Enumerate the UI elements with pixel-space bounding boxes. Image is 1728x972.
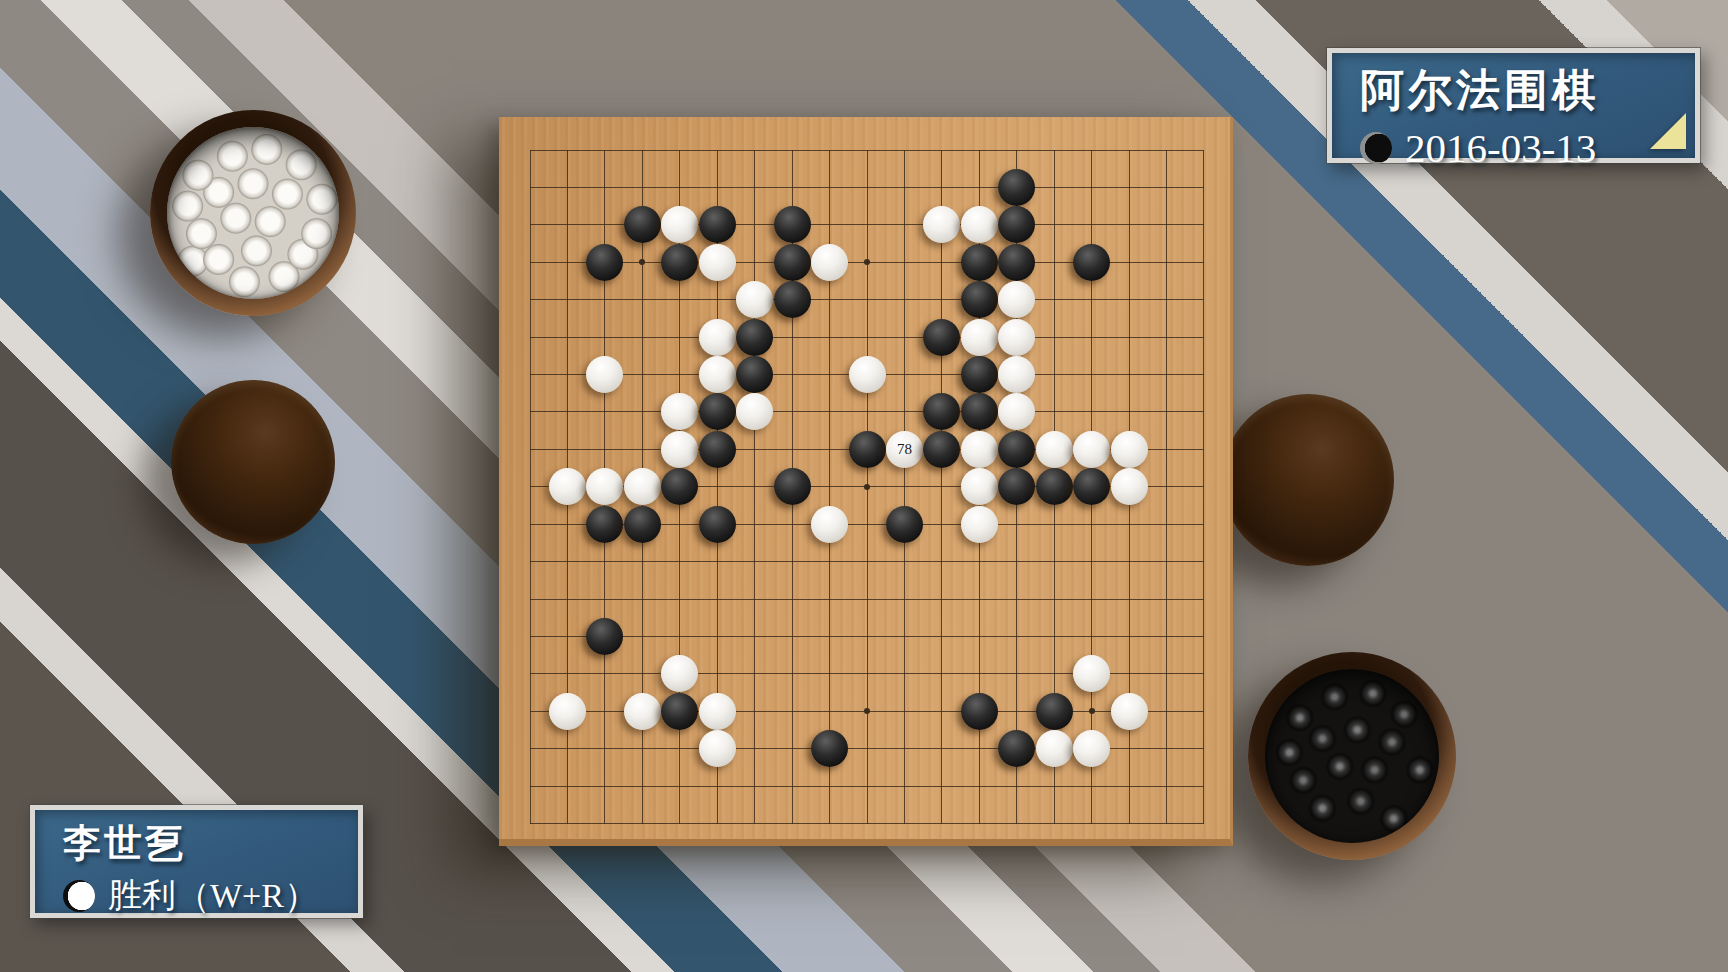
stone-black — [774, 244, 811, 281]
stone-white — [1111, 468, 1148, 505]
stone-black — [811, 730, 848, 767]
stone-black — [923, 319, 960, 356]
stone-white — [923, 206, 960, 243]
stone-white — [661, 206, 698, 243]
stone-black — [998, 468, 1035, 505]
stone-black — [624, 506, 661, 543]
stone-black — [923, 431, 960, 468]
stone-white — [586, 468, 623, 505]
stone-black — [661, 693, 698, 730]
stone-white — [699, 356, 736, 393]
stone-black — [998, 244, 1035, 281]
stone-white — [736, 281, 773, 318]
stone-black — [586, 506, 623, 543]
stone-black — [699, 206, 736, 243]
game-date: 2016-03-13 — [1405, 124, 1596, 172]
stone-black — [624, 206, 661, 243]
stone-black — [661, 244, 698, 281]
stone-white — [624, 693, 661, 730]
result-text: 胜利（W+R） — [108, 873, 318, 919]
stone-white — [661, 431, 698, 468]
stone-white — [661, 393, 698, 430]
player-name-alphago: 阿尔法围棋 — [1360, 61, 1695, 120]
star-point — [639, 259, 645, 265]
black-stone-icon — [1360, 132, 1392, 164]
stone-black — [774, 206, 811, 243]
scene: 78 阿尔法围棋 2016-03-13 李世乭 胜利（W+R） — [0, 0, 1728, 972]
stone-white — [1036, 431, 1073, 468]
stone-black — [586, 618, 623, 655]
star-point — [864, 259, 870, 265]
stone-black — [661, 468, 698, 505]
corner-fold-icon — [1650, 113, 1686, 149]
stone-black — [699, 506, 736, 543]
stone-black — [699, 393, 736, 430]
stone-black — [961, 693, 998, 730]
white-stones-bowl — [150, 110, 356, 316]
stone-black — [998, 169, 1035, 206]
white-stone-icon — [63, 880, 95, 912]
stone-white — [998, 356, 1035, 393]
star-point — [864, 708, 870, 714]
stone-white — [1073, 730, 1110, 767]
stone-white — [961, 468, 998, 505]
stone-white — [998, 319, 1035, 356]
stone-white — [849, 356, 886, 393]
stone-white — [998, 393, 1035, 430]
stone-white — [1111, 431, 1148, 468]
stone-black — [736, 356, 773, 393]
stone-black — [1073, 244, 1110, 281]
stone-white — [586, 356, 623, 393]
stone-white — [1073, 431, 1110, 468]
stone-white — [549, 693, 586, 730]
stone-black — [699, 431, 736, 468]
bowl-lid-left — [171, 380, 335, 544]
stone-black — [923, 393, 960, 430]
stone-black — [961, 356, 998, 393]
stone-white — [624, 468, 661, 505]
stone-black — [1073, 468, 1110, 505]
stone-white — [1073, 655, 1110, 692]
stone-white — [699, 693, 736, 730]
stone-move-78: 78 — [886, 431, 923, 468]
move-number-label: 78 — [886, 431, 923, 468]
star-point — [1089, 708, 1095, 714]
stone-black — [1036, 693, 1073, 730]
stone-white — [736, 393, 773, 430]
stone-black — [586, 244, 623, 281]
black-stones-pile — [1265, 669, 1439, 843]
stone-black — [961, 281, 998, 318]
stone-white — [699, 730, 736, 767]
go-board: 78 — [499, 117, 1233, 846]
stone-black — [736, 319, 773, 356]
stone-white — [1036, 730, 1073, 767]
stone-white — [699, 244, 736, 281]
stone-white — [549, 468, 586, 505]
stone-black — [998, 431, 1035, 468]
stone-white — [961, 319, 998, 356]
stone-black — [886, 506, 923, 543]
stone-black — [849, 431, 886, 468]
stone-white — [811, 244, 848, 281]
stone-white — [1111, 693, 1148, 730]
stone-black — [961, 244, 998, 281]
player-name-leesedol: 李世乭 — [63, 818, 358, 869]
stone-black — [774, 281, 811, 318]
stone-black — [998, 206, 1035, 243]
stone-white — [699, 319, 736, 356]
white-stones-pile — [167, 127, 339, 299]
black-stones-bowl — [1248, 652, 1456, 860]
stone-white — [811, 506, 848, 543]
stone-black — [1036, 468, 1073, 505]
stone-white — [661, 655, 698, 692]
stone-white — [961, 206, 998, 243]
stone-black — [774, 468, 811, 505]
stone-black — [998, 730, 1035, 767]
stone-white — [998, 281, 1035, 318]
player-card-alphago: 阿尔法围棋 2016-03-13 — [1327, 48, 1700, 163]
stone-white — [961, 506, 998, 543]
star-point — [864, 484, 870, 490]
stone-white — [961, 431, 998, 468]
player-card-leesedol: 李世乭 胜利（W+R） — [30, 805, 363, 918]
bowl-lid-right — [1222, 394, 1394, 566]
stone-black — [961, 393, 998, 430]
